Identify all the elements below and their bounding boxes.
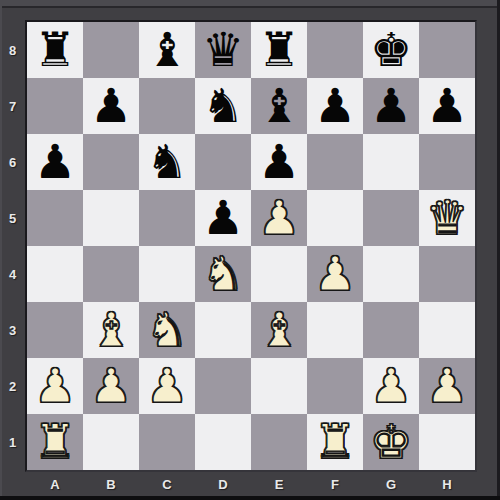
square-c6[interactable]: ♞ xyxy=(139,134,195,190)
square-b6[interactable] xyxy=(83,134,139,190)
square-a4[interactable] xyxy=(27,246,83,302)
square-c8[interactable]: ♝ xyxy=(139,22,195,78)
square-h7[interactable]: ♟ xyxy=(419,78,475,134)
square-d2[interactable] xyxy=(195,358,251,414)
square-g3[interactable] xyxy=(363,302,419,358)
square-g1[interactable]: ♚ xyxy=(363,414,419,470)
square-e2[interactable] xyxy=(251,358,307,414)
square-d4[interactable]: ♞ xyxy=(195,246,251,302)
square-c5[interactable] xyxy=(139,190,195,246)
square-g7[interactable]: ♟ xyxy=(363,78,419,134)
rank-label-7: 7 xyxy=(0,78,25,134)
square-c2[interactable]: ♟ xyxy=(139,358,195,414)
square-g6[interactable] xyxy=(363,134,419,190)
black-pawn[interactable]: ♟ xyxy=(34,138,76,185)
black-rook[interactable]: ♜ xyxy=(34,26,76,73)
black-rook[interactable]: ♜ xyxy=(258,26,300,73)
white-pawn[interactable]: ♟ xyxy=(90,362,132,409)
square-a3[interactable] xyxy=(27,302,83,358)
rank-label-4: 4 xyxy=(0,246,25,302)
square-h3[interactable] xyxy=(419,302,475,358)
square-c3[interactable]: ♞ xyxy=(139,302,195,358)
square-h2[interactable]: ♟ xyxy=(419,358,475,414)
file-label-g: G xyxy=(363,472,419,496)
rank-label-6: 6 xyxy=(0,134,25,190)
square-f1[interactable]: ♜ xyxy=(307,414,363,470)
square-f4[interactable]: ♟ xyxy=(307,246,363,302)
rank-label-5: 5 xyxy=(0,190,25,246)
rank-label-2: 2 xyxy=(0,358,25,414)
black-pawn[interactable]: ♟ xyxy=(202,194,244,241)
file-label-a: A xyxy=(27,472,83,496)
frame-bevel-groove xyxy=(0,6,500,8)
white-rook[interactable]: ♜ xyxy=(34,418,76,465)
square-g8[interactable]: ♚ xyxy=(363,22,419,78)
white-bishop[interactable]: ♝ xyxy=(90,306,132,353)
black-knight[interactable]: ♞ xyxy=(146,138,188,185)
square-a5[interactable] xyxy=(27,190,83,246)
square-b8[interactable] xyxy=(83,22,139,78)
file-label-f: F xyxy=(307,472,363,496)
white-king[interactable]: ♚ xyxy=(370,418,412,465)
square-f7[interactable]: ♟ xyxy=(307,78,363,134)
square-e7[interactable]: ♝ xyxy=(251,78,307,134)
white-knight[interactable]: ♞ xyxy=(202,250,244,297)
square-d1[interactable] xyxy=(195,414,251,470)
black-pawn[interactable]: ♟ xyxy=(314,82,356,129)
square-a2[interactable]: ♟ xyxy=(27,358,83,414)
file-label-c: C xyxy=(139,472,195,496)
frame-bevel-bottom xyxy=(0,496,500,500)
square-b3[interactable]: ♝ xyxy=(83,302,139,358)
square-c4[interactable] xyxy=(139,246,195,302)
white-pawn[interactable]: ♟ xyxy=(426,362,468,409)
black-king[interactable]: ♚ xyxy=(370,26,412,73)
rank-label-1: 1 xyxy=(0,414,25,470)
black-queen[interactable]: ♛ xyxy=(202,26,244,73)
rank-label-8: 8 xyxy=(0,22,25,78)
square-h6[interactable] xyxy=(419,134,475,190)
white-pawn[interactable]: ♟ xyxy=(34,362,76,409)
square-d8[interactable]: ♛ xyxy=(195,22,251,78)
black-pawn[interactable]: ♟ xyxy=(370,82,412,129)
square-f3[interactable] xyxy=(307,302,363,358)
square-d5[interactable]: ♟ xyxy=(195,190,251,246)
square-h4[interactable] xyxy=(419,246,475,302)
black-pawn[interactable]: ♟ xyxy=(426,82,468,129)
square-c7[interactable] xyxy=(139,78,195,134)
square-g2[interactable]: ♟ xyxy=(363,358,419,414)
square-a8[interactable]: ♜ xyxy=(27,22,83,78)
black-knight[interactable]: ♞ xyxy=(202,82,244,129)
square-a6[interactable]: ♟ xyxy=(27,134,83,190)
square-b5[interactable] xyxy=(83,190,139,246)
square-h1[interactable] xyxy=(419,414,475,470)
square-e6[interactable]: ♟ xyxy=(251,134,307,190)
white-knight[interactable]: ♞ xyxy=(146,306,188,353)
square-f5[interactable] xyxy=(307,190,363,246)
square-d6[interactable] xyxy=(195,134,251,190)
square-e8[interactable]: ♜ xyxy=(251,22,307,78)
file-label-d: D xyxy=(195,472,251,496)
square-f6[interactable] xyxy=(307,134,363,190)
square-f2[interactable] xyxy=(307,358,363,414)
square-f8[interactable] xyxy=(307,22,363,78)
black-bishop[interactable]: ♝ xyxy=(146,26,188,73)
file-labels: ABCDEFGH xyxy=(27,472,475,496)
white-pawn[interactable]: ♟ xyxy=(370,362,412,409)
square-b2[interactable]: ♟ xyxy=(83,358,139,414)
white-bishop[interactable]: ♝ xyxy=(258,306,300,353)
black-bishop[interactable]: ♝ xyxy=(258,82,300,129)
square-d7[interactable]: ♞ xyxy=(195,78,251,134)
square-a1[interactable]: ♜ xyxy=(27,414,83,470)
square-e5[interactable]: ♟ xyxy=(251,190,307,246)
square-c1[interactable] xyxy=(139,414,195,470)
square-h5[interactable]: ♛ xyxy=(419,190,475,246)
file-label-h: H xyxy=(419,472,475,496)
square-h8[interactable] xyxy=(419,22,475,78)
white-rook[interactable]: ♜ xyxy=(314,418,356,465)
black-pawn[interactable]: ♟ xyxy=(90,82,132,129)
square-e1[interactable] xyxy=(251,414,307,470)
file-label-b: B xyxy=(83,472,139,496)
square-b7[interactable]: ♟ xyxy=(83,78,139,134)
white-pawn[interactable]: ♟ xyxy=(146,362,188,409)
white-pawn[interactable]: ♟ xyxy=(258,194,300,241)
square-b4[interactable] xyxy=(83,246,139,302)
white-pawn[interactable]: ♟ xyxy=(314,250,356,297)
square-g4[interactable] xyxy=(363,246,419,302)
chess-board: ♜♝♛♜♚♟♞♝♟♟♟♟♞♟♟♟♛♞♟♝♞♝♟♟♟♟♟♜♜♚ xyxy=(25,20,477,472)
square-g5[interactable] xyxy=(363,190,419,246)
square-b1[interactable] xyxy=(83,414,139,470)
file-label-e: E xyxy=(251,472,307,496)
square-e4[interactable] xyxy=(251,246,307,302)
board-frame: 87654321 ♜♝♛♜♚♟♞♝♟♟♟♟♞♟♟♟♛♞♟♝♞♝♟♟♟♟♟♜♜♚ … xyxy=(0,0,500,500)
square-e3[interactable]: ♝ xyxy=(251,302,307,358)
square-a7[interactable] xyxy=(27,78,83,134)
white-queen[interactable]: ♛ xyxy=(426,194,468,241)
square-d3[interactable] xyxy=(195,302,251,358)
rank-label-3: 3 xyxy=(0,302,25,358)
black-pawn[interactable]: ♟ xyxy=(258,138,300,185)
rank-labels: 87654321 xyxy=(0,22,25,470)
